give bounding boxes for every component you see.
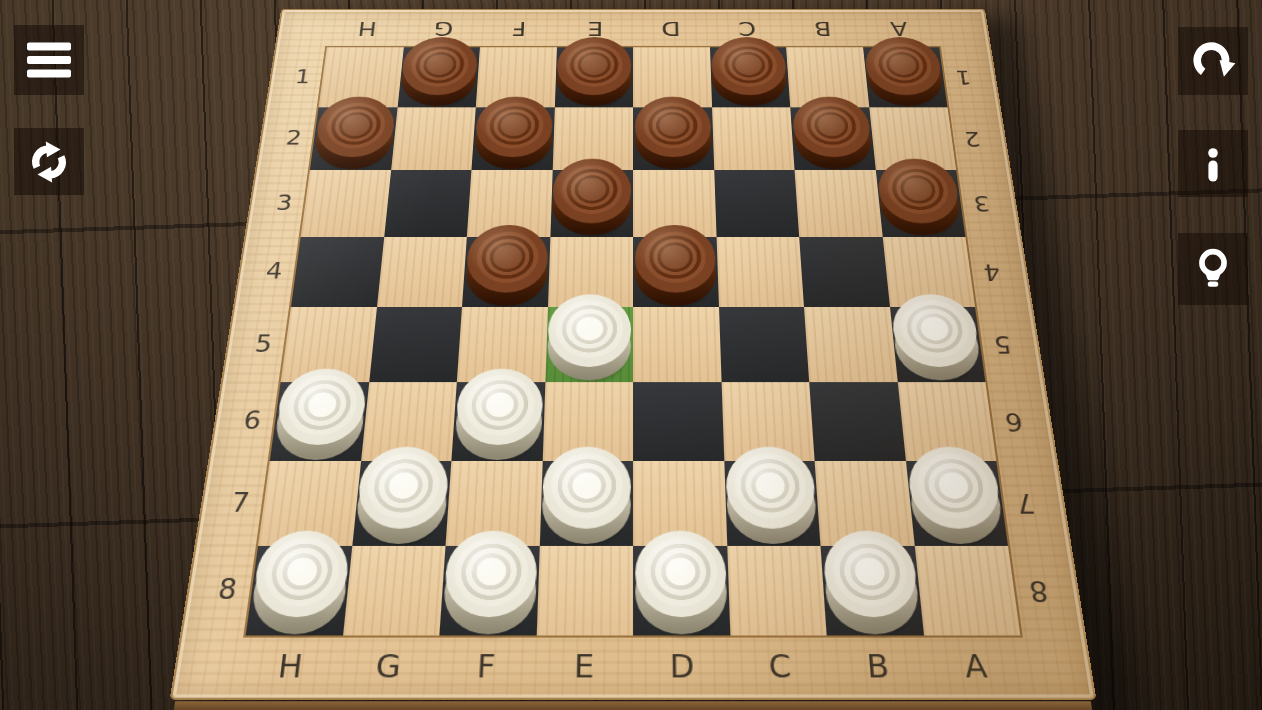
square-d2[interactable]	[633, 107, 714, 170]
white-piece-f6[interactable]	[452, 375, 545, 454]
lightbulb-icon	[1190, 246, 1236, 292]
rank-label-right-4: 4	[965, 237, 1031, 307]
rank-label-left-6: 6	[210, 382, 280, 461]
rotate-cycle-icon	[26, 139, 72, 185]
square-c3[interactable]	[714, 170, 799, 237]
rank-label-left-2: 2	[257, 107, 319, 170]
square-g4[interactable]	[377, 237, 467, 307]
rank-label-right-8: 8	[1008, 545, 1084, 635]
square-d5[interactable]	[633, 307, 721, 382]
square-c7[interactable]	[724, 461, 821, 545]
square-c4[interactable]	[716, 237, 804, 307]
board-side-edge	[171, 701, 1095, 710]
dark-piece-f2[interactable]	[472, 101, 555, 164]
white-piece-d8[interactable]	[633, 537, 730, 626]
piece-top-face	[542, 447, 631, 529]
square-g8[interactable]	[343, 545, 446, 635]
square-a8[interactable]	[914, 545, 1020, 635]
dark-piece-b2[interactable]	[790, 101, 875, 164]
white-piece-g7[interactable]	[353, 453, 452, 537]
rotate-board-button[interactable]	[14, 128, 84, 195]
dark-piece-f4[interactable]	[462, 230, 550, 300]
info-button[interactable]	[1178, 130, 1248, 197]
square-b4[interactable]	[799, 237, 889, 307]
square-e1[interactable]	[554, 47, 633, 107]
square-e3[interactable]	[550, 170, 633, 237]
dark-piece-d2[interactable]	[633, 101, 714, 164]
white-piece-c7[interactable]	[724, 453, 820, 537]
square-f2[interactable]	[471, 107, 554, 170]
file-label-bottom-c: C	[730, 635, 831, 697]
square-b5[interactable]	[804, 307, 897, 382]
square-e5[interactable]	[545, 307, 633, 382]
square-b3[interactable]	[795, 170, 883, 237]
redo-arrow-icon	[1189, 37, 1237, 85]
square-g1[interactable]	[397, 47, 480, 107]
piece-top-face	[635, 225, 717, 293]
piece-top-face	[635, 530, 727, 617]
square-g3[interactable]	[384, 170, 472, 237]
redo-button[interactable]	[1178, 27, 1248, 95]
file-label-bottom-e: E	[534, 635, 633, 697]
piece-top-face	[635, 96, 712, 157]
dark-piece-a1[interactable]	[862, 42, 947, 101]
square-c2[interactable]	[712, 107, 795, 170]
white-piece-f8[interactable]	[440, 537, 540, 626]
square-f6[interactable]	[451, 382, 545, 461]
square-h4[interactable]	[291, 237, 384, 307]
square-g5[interactable]	[369, 307, 462, 382]
white-piece-b8[interactable]	[820, 537, 923, 626]
square-a7[interactable]	[905, 461, 1007, 545]
square-g7[interactable]	[352, 461, 452, 545]
info-icon	[1191, 142, 1235, 186]
square-b8[interactable]	[820, 545, 923, 635]
square-a3[interactable]	[875, 170, 965, 237]
square-f4[interactable]	[462, 237, 550, 307]
hint-button[interactable]	[1178, 233, 1248, 305]
square-b6[interactable]	[809, 382, 905, 461]
rank-label-left-4: 4	[235, 237, 301, 307]
rank-label-left-5: 5	[223, 307, 291, 382]
file-label-top-h: H	[327, 10, 407, 47]
file-label-bottom-a: A	[923, 635, 1028, 697]
square-h3[interactable]	[301, 170, 391, 237]
menu-button[interactable]	[14, 25, 84, 95]
square-h2[interactable]	[310, 107, 397, 170]
square-a5[interactable]	[890, 307, 986, 382]
dark-piece-d4[interactable]	[633, 230, 718, 300]
file-label-top-d: D	[633, 10, 710, 47]
file-label-bottom-g: G	[336, 635, 439, 697]
white-piece-e7[interactable]	[540, 453, 633, 537]
square-d8[interactable]	[633, 545, 730, 635]
piece-top-face	[547, 294, 631, 366]
white-piece-e5[interactable]	[545, 300, 633, 374]
rank-label-right-6: 6	[985, 382, 1055, 461]
squares-grid	[246, 47, 1021, 635]
piece-top-face	[556, 37, 631, 95]
square-c8[interactable]	[727, 545, 827, 635]
white-piece-a7[interactable]	[905, 453, 1007, 537]
square-h6[interactable]	[270, 382, 369, 461]
white-piece-a5[interactable]	[889, 300, 985, 374]
square-c5[interactable]	[719, 307, 810, 382]
checkers-board: HGFEDCBA HGFEDCBA 12345678 12345678	[170, 9, 1097, 700]
rank-label-left-3: 3	[246, 170, 310, 237]
dark-piece-c1[interactable]	[709, 42, 789, 101]
dark-piece-e1[interactable]	[555, 42, 633, 101]
rank-label-left-1: 1	[267, 47, 327, 107]
dark-piece-h2[interactable]	[311, 101, 398, 164]
square-g2[interactable]	[391, 107, 476, 170]
square-b2[interactable]	[790, 107, 875, 170]
dark-piece-e3[interactable]	[550, 164, 633, 230]
square-c1[interactable]	[710, 47, 791, 107]
square-e8[interactable]	[536, 545, 633, 635]
square-a1[interactable]	[863, 47, 948, 107]
piece-top-face	[552, 159, 631, 224]
square-d6[interactable]	[633, 382, 724, 461]
square-h8[interactable]	[246, 545, 352, 635]
hamburger-icon	[26, 41, 72, 79]
file-label-top-f: F	[480, 10, 558, 47]
dark-piece-a3[interactable]	[875, 164, 965, 230]
white-piece-h8[interactable]	[247, 537, 353, 626]
white-piece-h6[interactable]	[271, 375, 370, 454]
square-e7[interactable]	[539, 461, 633, 545]
rank-label-right-2: 2	[947, 107, 1009, 170]
dark-piece-g1[interactable]	[398, 42, 481, 101]
file-label-top-b: B	[784, 10, 863, 47]
app-screen: HGFEDCBA HGFEDCBA 12345678 12345678	[0, 0, 1262, 710]
square-f8[interactable]	[439, 545, 539, 635]
square-d4[interactable]	[633, 237, 719, 307]
